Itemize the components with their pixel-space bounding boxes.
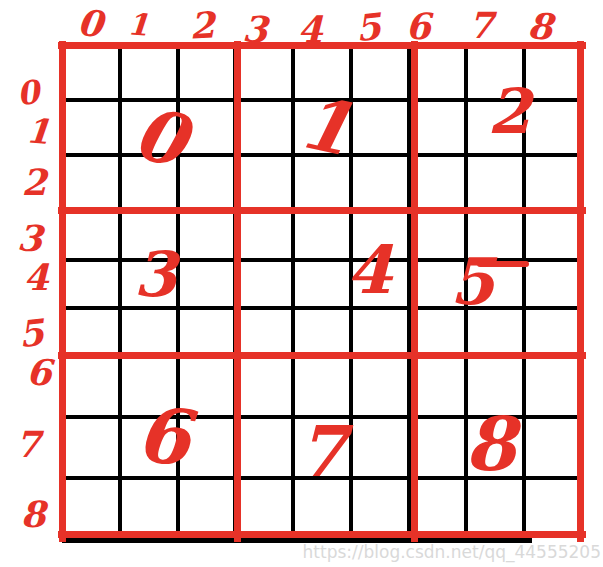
row-label-4: 4: [23, 259, 48, 295]
box-border-vertical-0: [59, 41, 66, 542]
row-label-6: 6: [26, 353, 53, 390]
cell-r1-c3: [235, 100, 293, 155]
column-label-1: 1: [127, 9, 150, 40]
cell-r6-c4: [293, 355, 351, 417]
cell-r4-c8: [524, 260, 582, 308]
cell-r2-c0: [62, 155, 120, 210]
cell-r3-c2: [178, 210, 236, 260]
cell-r2-c8: [524, 155, 582, 210]
cell-r2-c2: [178, 155, 236, 210]
row-label-1: 1: [25, 113, 52, 149]
cell-r0-c3: [235, 45, 293, 100]
column-label-3: 3: [242, 10, 269, 47]
box-border-horizontal-1: [58, 207, 586, 214]
cell-r5-c5: [351, 308, 409, 355]
box-border-horizontal-2: [58, 352, 586, 359]
cell-r5-c8: [524, 308, 582, 355]
column-label-5: 5: [354, 8, 383, 46]
box-digit-7: 7: [298, 417, 347, 487]
column-label-7: 7: [468, 7, 493, 43]
cell-r6-c3: [235, 355, 293, 417]
column-label-6: 6: [405, 8, 430, 44]
box-border-horizontal-3: [58, 531, 586, 538]
cell-r4-c4: [293, 260, 351, 308]
row-label-5: 5: [17, 314, 46, 352]
cell-r7-c0: [62, 417, 120, 478]
box-digit-5: 5: [450, 250, 495, 314]
board: 0 1 2 3 4 5 6 7 8: [62, 45, 582, 537]
cell-r7-c8: [524, 417, 582, 478]
cell-r4-c2: [178, 260, 236, 308]
box-digit-3: 3: [133, 244, 176, 306]
box-digit-8: 8: [464, 407, 516, 481]
column-label-2: 2: [189, 6, 216, 43]
cell-r2-c7: [466, 155, 524, 210]
box-digit-6: 6: [133, 397, 192, 477]
row-label-3: 3: [16, 219, 44, 257]
row-label-0: 0: [15, 76, 42, 111]
cell-r6-c8: [524, 355, 582, 417]
box-border-vertical-1: [234, 41, 241, 542]
box-digit-4: 4: [346, 237, 392, 303]
column-label-0: 0: [76, 4, 105, 42]
row-label-7: 7: [15, 426, 40, 462]
cell-r8-c2: [178, 478, 236, 537]
cell-r0-c0: [62, 45, 120, 100]
cell-r7-c3: [235, 417, 293, 478]
cell-r5-c3: [235, 308, 293, 355]
cell-r7-c5: [351, 417, 409, 478]
cell-r1-c5: [351, 100, 409, 155]
row-label-8: 8: [20, 496, 45, 532]
cell-r2-c5: [351, 155, 409, 210]
cell-r8-c8: [524, 478, 582, 537]
cell-r3-c3: [235, 210, 293, 260]
row-label-2: 2: [21, 164, 46, 200]
box-border-vertical-3: [577, 41, 584, 542]
cell-r2-c3: [235, 155, 293, 210]
cell-r3-c8: [524, 210, 582, 260]
watermark: https://blog.csdn.net/qq_44555205: [303, 542, 601, 562]
cell-r8-c3: [235, 478, 293, 537]
cell-r8-c5: [351, 478, 409, 537]
cell-r5-c0: [62, 308, 120, 355]
cell-r3-c4: [293, 210, 351, 260]
cell-r8-c0: [62, 478, 120, 537]
cell-r6-c0: [62, 355, 120, 417]
cell-r8-c1: [120, 478, 178, 537]
cell-r5-c1: [120, 308, 178, 355]
column-label-4: 4: [297, 11, 322, 47]
cell-r1-c0: [62, 100, 120, 155]
sudoku-box-index-diagram: 0 1 2 3 4 5 6 7 8 0 1 2 3 4 5 6 7 8 0 1 …: [0, 0, 603, 567]
cell-r6-c5: [351, 355, 409, 417]
box-digit-2: 2: [487, 81, 530, 143]
cell-r3-c0: [62, 210, 120, 260]
cell-r0-c2: [178, 45, 236, 100]
cell-r1-c8: [524, 100, 582, 155]
cell-r4-c3: [235, 260, 293, 308]
cell-r0-c5: [351, 45, 409, 100]
cell-r0-c8: [524, 45, 582, 100]
five-dash-stroke: [477, 261, 529, 267]
cell-r5-c2: [178, 308, 236, 355]
cell-r5-c4: [293, 308, 351, 355]
column-label-8: 8: [526, 7, 554, 45]
box-border-vertical-2: [411, 41, 418, 542]
cell-r4-c0: [62, 260, 120, 308]
